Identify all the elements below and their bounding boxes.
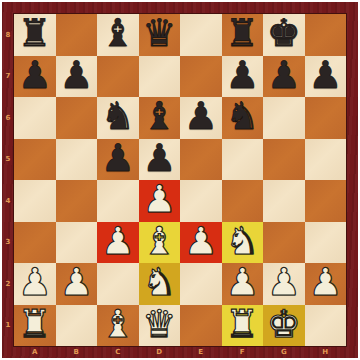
file-label-d: D [139, 346, 181, 358]
file-coordinates: ABCDEFGH [14, 346, 346, 358]
black-pawn-e6: ♟ [184, 97, 218, 138]
file-label-f: F [222, 346, 264, 358]
square-a6[interactable] [14, 97, 56, 139]
white-bishop-d3: ♝ [142, 222, 176, 263]
black-pawn-c5: ♟ [101, 139, 135, 180]
black-bishop-d6: ♝ [142, 97, 176, 138]
square-h4[interactable] [305, 180, 347, 222]
square-d6[interactable]: ♝ [139, 97, 181, 139]
rank-label-8: 8 [2, 14, 14, 56]
white-pawn-f2: ♟ [225, 263, 259, 304]
file-label-c: C [97, 346, 139, 358]
white-queen-d1: ♛ [142, 305, 176, 346]
white-knight-f3: ♞ [225, 222, 259, 263]
square-g5[interactable] [263, 139, 305, 181]
square-a2[interactable]: ♟ [14, 263, 56, 305]
rank-label-7: 7 [2, 56, 14, 98]
square-f5[interactable] [222, 139, 264, 181]
white-rook-f1: ♜ [225, 305, 259, 346]
square-c7[interactable] [97, 56, 139, 98]
square-f4[interactable] [222, 180, 264, 222]
black-pawn-f7: ♟ [225, 56, 259, 97]
black-rook-f8: ♜ [225, 14, 259, 55]
square-f2[interactable]: ♟ [222, 263, 264, 305]
square-h3[interactable] [305, 222, 347, 264]
white-pawn-e3: ♟ [184, 222, 218, 263]
square-f3[interactable]: ♞ [222, 222, 264, 264]
square-c2[interactable] [97, 263, 139, 305]
black-knight-f6: ♞ [225, 97, 259, 138]
square-f1[interactable]: ♜ [222, 305, 264, 347]
square-e2[interactable] [180, 263, 222, 305]
square-c4[interactable] [97, 180, 139, 222]
rank-label-2: 2 [2, 263, 14, 305]
white-pawn-d4: ♟ [142, 180, 176, 221]
black-pawn-d5: ♟ [142, 139, 176, 180]
rank-label-5: 5 [2, 139, 14, 181]
square-c1[interactable]: ♝ [97, 305, 139, 347]
file-label-e: E [180, 346, 222, 358]
white-king-g1: ♚ [267, 305, 301, 346]
square-g4[interactable] [263, 180, 305, 222]
black-rook-a8: ♜ [18, 14, 52, 55]
square-b8[interactable] [56, 14, 98, 56]
square-b2[interactable]: ♟ [56, 263, 98, 305]
square-d1[interactable]: ♛ [139, 305, 181, 347]
square-c3[interactable]: ♟ [97, 222, 139, 264]
square-d8[interactable]: ♛ [139, 14, 181, 56]
square-d3[interactable]: ♝ [139, 222, 181, 264]
square-a4[interactable] [14, 180, 56, 222]
square-d4[interactable]: ♟ [139, 180, 181, 222]
square-a3[interactable] [14, 222, 56, 264]
square-a1[interactable]: ♜ [14, 305, 56, 347]
black-queen-d8: ♛ [142, 14, 176, 55]
square-b4[interactable] [56, 180, 98, 222]
black-pawn-a7: ♟ [18, 56, 52, 97]
white-rook-a1: ♜ [18, 305, 52, 346]
black-pawn-b7: ♟ [59, 56, 93, 97]
square-c8[interactable]: ♝ [97, 14, 139, 56]
square-g6[interactable] [263, 97, 305, 139]
square-e5[interactable] [180, 139, 222, 181]
black-bishop-c8: ♝ [101, 14, 135, 55]
square-h8[interactable] [305, 14, 347, 56]
square-g8[interactable]: ♚ [263, 14, 305, 56]
square-a8[interactable]: ♜ [14, 14, 56, 56]
file-label-h: H [305, 346, 347, 358]
rank-coordinates: 87654321 [2, 14, 14, 346]
square-a7[interactable]: ♟ [14, 56, 56, 98]
square-e3[interactable]: ♟ [180, 222, 222, 264]
square-b3[interactable] [56, 222, 98, 264]
white-pawn-b2: ♟ [59, 263, 93, 304]
square-b5[interactable] [56, 139, 98, 181]
square-b7[interactable]: ♟ [56, 56, 98, 98]
white-pawn-c3: ♟ [101, 222, 135, 263]
square-e8[interactable] [180, 14, 222, 56]
chess-app: 87654321 ABCDEFGH ♜♝♛♜♚♟♟♟♟♟♞♝♟♞♟♟♟♟♝♟♞♟… [0, 0, 360, 360]
file-label-a: A [14, 346, 56, 358]
square-c6[interactable]: ♞ [97, 97, 139, 139]
black-pawn-g7: ♟ [267, 56, 301, 97]
square-h5[interactable] [305, 139, 347, 181]
white-pawn-a2: ♟ [18, 263, 52, 304]
rank-label-6: 6 [2, 97, 14, 139]
square-d5[interactable]: ♟ [139, 139, 181, 181]
white-pawn-g2: ♟ [267, 263, 301, 304]
chess-board: ♜♝♛♜♚♟♟♟♟♟♞♝♟♞♟♟♟♟♝♟♞♟♟♞♟♟♟♜♝♛♜♚ [14, 14, 346, 346]
square-e7[interactable] [180, 56, 222, 98]
square-h1[interactable] [305, 305, 347, 347]
square-g7[interactable]: ♟ [263, 56, 305, 98]
square-e6[interactable]: ♟ [180, 97, 222, 139]
square-h2[interactable]: ♟ [305, 263, 347, 305]
square-f8[interactable]: ♜ [222, 14, 264, 56]
rank-label-4: 4 [2, 180, 14, 222]
square-h6[interactable] [305, 97, 347, 139]
square-f6[interactable]: ♞ [222, 97, 264, 139]
square-d7[interactable] [139, 56, 181, 98]
square-f7[interactable]: ♟ [222, 56, 264, 98]
square-c5[interactable]: ♟ [97, 139, 139, 181]
square-g1[interactable]: ♚ [263, 305, 305, 347]
white-pawn-h2: ♟ [308, 263, 342, 304]
square-h7[interactable]: ♟ [305, 56, 347, 98]
square-d2[interactable]: ♞ [139, 263, 181, 305]
square-g3[interactable] [263, 222, 305, 264]
square-b1[interactable] [56, 305, 98, 347]
white-knight-d2: ♞ [142, 263, 176, 304]
black-king-g8: ♚ [267, 14, 301, 55]
black-knight-c6: ♞ [101, 97, 135, 138]
rank-label-1: 1 [2, 305, 14, 347]
black-pawn-h7: ♟ [308, 56, 342, 97]
file-label-g: G [263, 346, 305, 358]
square-a5[interactable] [14, 139, 56, 181]
rank-label-3: 3 [2, 222, 14, 264]
square-e4[interactable] [180, 180, 222, 222]
file-label-b: B [56, 346, 98, 358]
square-e1[interactable] [180, 305, 222, 347]
square-b6[interactable] [56, 97, 98, 139]
square-g2[interactable]: ♟ [263, 263, 305, 305]
white-bishop-c1: ♝ [101, 305, 135, 346]
